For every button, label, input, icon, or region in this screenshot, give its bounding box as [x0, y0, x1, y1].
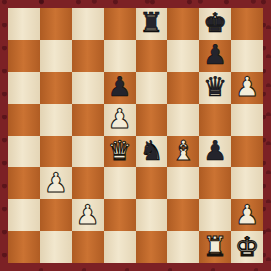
square-d7[interactable]	[104, 40, 136, 72]
square-e5[interactable]	[136, 104, 168, 136]
square-a1[interactable]	[8, 231, 40, 263]
square-d8[interactable]	[104, 8, 136, 40]
square-f3[interactable]	[167, 167, 199, 199]
square-a2[interactable]	[8, 199, 40, 231]
square-b1[interactable]	[40, 231, 72, 263]
square-f1[interactable]	[167, 231, 199, 263]
square-e3[interactable]	[136, 167, 168, 199]
square-c7[interactable]	[72, 40, 104, 72]
square-b5[interactable]	[40, 104, 72, 136]
square-e7[interactable]	[136, 40, 168, 72]
square-h3[interactable]	[231, 167, 263, 199]
square-g6[interactable]: ♛	[199, 72, 231, 104]
square-d2[interactable]	[104, 199, 136, 231]
square-f4[interactable]: ♝	[167, 136, 199, 168]
piece-white-pawn[interactable]: ♟	[76, 201, 100, 228]
square-g3[interactable]	[199, 167, 231, 199]
square-e6[interactable]	[136, 72, 168, 104]
square-h4[interactable]	[231, 136, 263, 168]
square-f6[interactable]	[167, 72, 199, 104]
piece-white-pawn[interactable]: ♟	[235, 201, 259, 228]
square-f5[interactable]	[167, 104, 199, 136]
square-g2[interactable]	[199, 199, 231, 231]
piece-black-king[interactable]: ♚	[203, 9, 227, 36]
square-h6[interactable]: ♟	[231, 72, 263, 104]
square-g5[interactable]	[199, 104, 231, 136]
square-a8[interactable]	[8, 8, 40, 40]
square-g4[interactable]: ♟	[199, 136, 231, 168]
piece-white-bishop[interactable]: ♝	[171, 137, 195, 164]
square-c8[interactable]	[72, 8, 104, 40]
square-c1[interactable]	[72, 231, 104, 263]
square-b6[interactable]	[40, 72, 72, 104]
square-b4[interactable]	[40, 136, 72, 168]
square-a6[interactable]	[8, 72, 40, 104]
square-d3[interactable]	[104, 167, 136, 199]
square-h5[interactable]	[231, 104, 263, 136]
square-g8[interactable]: ♚	[199, 8, 231, 40]
piece-white-pawn[interactable]: ♟	[235, 73, 259, 100]
square-f2[interactable]	[167, 199, 199, 231]
square-f8[interactable]	[167, 8, 199, 40]
piece-black-knight[interactable]: ♞	[139, 137, 163, 164]
square-b8[interactable]	[40, 8, 72, 40]
square-d4[interactable]: ♛	[104, 136, 136, 168]
square-e8[interactable]: ♜	[136, 8, 168, 40]
square-h7[interactable]	[231, 40, 263, 72]
square-d6[interactable]: ♟	[104, 72, 136, 104]
piece-black-pawn[interactable]: ♟	[203, 41, 227, 68]
square-h1[interactable]: ♚	[231, 231, 263, 263]
square-c4[interactable]	[72, 136, 104, 168]
square-c6[interactable]	[72, 72, 104, 104]
square-c3[interactable]	[72, 167, 104, 199]
square-c5[interactable]	[72, 104, 104, 136]
square-a5[interactable]	[8, 104, 40, 136]
piece-white-queen[interactable]: ♛	[107, 137, 131, 164]
piece-black-pawn[interactable]: ♟	[203, 137, 227, 164]
square-g7[interactable]: ♟	[199, 40, 231, 72]
square-d1[interactable]	[104, 231, 136, 263]
square-h2[interactable]: ♟	[231, 199, 263, 231]
square-b2[interactable]	[40, 199, 72, 231]
square-h8[interactable]	[231, 8, 263, 40]
square-a7[interactable]	[8, 40, 40, 72]
square-f7[interactable]	[167, 40, 199, 72]
square-b3[interactable]: ♟	[40, 167, 72, 199]
square-c2[interactable]: ♟	[72, 199, 104, 231]
piece-white-rook[interactable]: ♜	[203, 233, 227, 260]
square-e2[interactable]	[136, 199, 168, 231]
piece-black-pawn[interactable]: ♟	[107, 73, 131, 100]
square-b7[interactable]	[40, 40, 72, 72]
square-e4[interactable]: ♞	[136, 136, 168, 168]
chess-board: ♜♚♟♟♛♟♟♛♞♝♟♟♟♟♜♚	[8, 8, 263, 263]
piece-white-pawn[interactable]: ♟	[107, 105, 131, 132]
square-d5[interactable]: ♟	[104, 104, 136, 136]
square-g1[interactable]: ♜	[199, 231, 231, 263]
piece-black-rook[interactable]: ♜	[139, 9, 163, 36]
piece-white-king[interactable]: ♚	[235, 233, 259, 260]
piece-white-pawn[interactable]: ♟	[44, 169, 68, 196]
square-a3[interactable]	[8, 167, 40, 199]
square-e1[interactable]	[136, 231, 168, 263]
square-a4[interactable]	[8, 136, 40, 168]
piece-black-queen[interactable]: ♛	[203, 73, 227, 100]
chess-board-frame: ♜♚♟♟♛♟♟♛♞♝♟♟♟♟♜♚	[0, 0, 271, 271]
